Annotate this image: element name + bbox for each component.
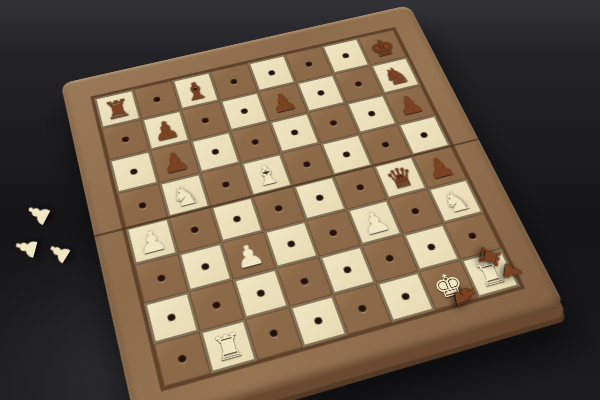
peg-hole: [167, 313, 176, 322]
peg-hole: [153, 96, 161, 102]
black-rook[interactable]: ♜: [101, 94, 133, 123]
peg-hole: [212, 301, 221, 310]
captured-white-piece-2: ♟: [10, 232, 42, 262]
peg-hole: [121, 136, 129, 143]
peg-hole: [290, 129, 299, 136]
peg-hole: [411, 207, 420, 215]
white-pawn[interactable]: ♟: [355, 205, 394, 239]
peg-hole: [130, 168, 138, 175]
peg-hole: [256, 289, 265, 297]
peg-hole: [401, 292, 411, 301]
peg-hole: [287, 240, 296, 248]
peg-hole: [300, 277, 309, 285]
black-pawn[interactable]: ♟: [392, 90, 428, 119]
peg-hole: [317, 90, 325, 96]
white-knight[interactable]: ♞: [436, 184, 475, 217]
peg-hole: [420, 132, 429, 139]
white-pawn[interactable]: ♟: [134, 224, 170, 259]
black-bishop[interactable]: ♝: [179, 77, 212, 105]
peg-hole: [357, 304, 367, 313]
peg-hole: [177, 354, 187, 363]
peg-hole: [230, 78, 238, 84]
peg-hole: [343, 266, 353, 274]
peg-hole: [468, 232, 478, 240]
chess-board: ♜♝♚♟♟♞♟♟♞♝♟♛♟♟♟♞♜♚♜: [91, 28, 523, 391]
black-pawn[interactable]: ♟: [421, 152, 459, 183]
peg-hole: [342, 151, 351, 158]
peg-hole: [354, 81, 362, 87]
white-rook[interactable]: ♜: [209, 326, 249, 366]
peg-hole: [315, 194, 324, 201]
white-knight[interactable]: ♞: [167, 179, 202, 212]
black-knight[interactable]: ♞: [378, 62, 413, 89]
peg-hole: [342, 53, 350, 59]
captured-white-pawn: ♟: [21, 196, 56, 230]
peg-hole: [211, 148, 219, 155]
peg-hole: [233, 215, 242, 223]
captured-white-piece-1: ♟: [21, 196, 56, 230]
peg-hole: [356, 184, 365, 191]
peg-hole: [367, 110, 376, 117]
peg-hole: [329, 229, 338, 237]
peg-hole: [201, 117, 209, 124]
black-queen[interactable]: ♛: [381, 161, 419, 193]
peg-hole: [201, 263, 210, 271]
table-scene: ♜♝♚♟♟♞♟♟♞♝♟♛♟♟♟♞♜♚♜ ♟ ♟ ♟ ♜ ♟ ♞: [0, 0, 600, 400]
white-bishop[interactable]: ♝: [249, 159, 285, 191]
black-king[interactable]: ♚: [365, 34, 399, 60]
captured-black-piece-2: ♟: [500, 260, 525, 283]
peg-hole: [222, 181, 231, 188]
captured-white-pawn: ♟: [10, 232, 42, 262]
white-pawn[interactable]: ♟: [230, 238, 268, 273]
captured-white-pawn: ♟: [43, 236, 76, 268]
peg-hole: [381, 141, 390, 148]
peg-hole: [329, 120, 338, 127]
peg-hole: [385, 254, 395, 262]
peg-hole: [303, 161, 312, 168]
peg-hole: [190, 226, 199, 234]
captured-black-pawn: ♟: [500, 260, 525, 283]
peg-hole: [157, 274, 166, 282]
black-pawn[interactable]: ♟: [149, 115, 183, 145]
peg-hole: [274, 205, 283, 213]
black-pawn[interactable]: ♟: [158, 146, 193, 177]
peg-hole: [240, 108, 248, 115]
peg-hole: [313, 316, 323, 325]
peg-hole: [305, 61, 313, 67]
peg-hole: [268, 70, 276, 76]
black-pawn[interactable]: ♟: [266, 88, 300, 116]
peg-hole: [427, 243, 437, 251]
captured-white-piece-3: ♟: [43, 236, 76, 268]
peg-hole: [138, 202, 147, 210]
peg-hole: [251, 139, 259, 146]
peg-hole: [269, 329, 279, 338]
